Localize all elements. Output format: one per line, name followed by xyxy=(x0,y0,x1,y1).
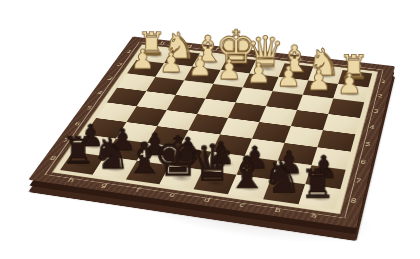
piece-shadow xyxy=(270,186,298,199)
piece-shadow xyxy=(249,78,273,87)
file-label-far-f: f xyxy=(215,48,219,51)
rank-label-left-3: 3 xyxy=(106,77,113,81)
square-b3 xyxy=(297,95,333,114)
piece-shadow xyxy=(339,89,363,99)
piece-shadow xyxy=(101,162,129,174)
piece-shadow xyxy=(167,171,195,184)
piece-shadow xyxy=(198,58,221,67)
rank-label-right-4: 4 xyxy=(369,125,375,130)
file-label-far-c: c xyxy=(299,57,304,61)
rank-label-right-7: 7 xyxy=(355,179,362,185)
square-c5 xyxy=(252,122,291,143)
file-label-near-g: g xyxy=(100,183,108,189)
piece-shadow xyxy=(80,140,108,151)
file-label-far-b: b xyxy=(327,60,333,64)
rank-label-left-8: 8 xyxy=(48,156,56,161)
rank-label-left-7: 7 xyxy=(61,139,69,144)
piece-shadow xyxy=(278,166,305,178)
file-label-near-a: a xyxy=(310,213,317,219)
rank-label-right-6: 6 xyxy=(360,160,367,165)
file-label-far-d: d xyxy=(270,54,276,58)
rank-label-left-5: 5 xyxy=(85,106,93,110)
rank-label-right-2: 2 xyxy=(377,94,383,98)
piece-shadow xyxy=(162,68,186,77)
file-label-near-b: b xyxy=(274,208,282,214)
piece-shadow xyxy=(143,51,166,59)
piece-shadow xyxy=(285,67,308,76)
file-label-far-a: a xyxy=(356,64,361,68)
piece-shadow xyxy=(314,71,337,80)
piece-shadow xyxy=(190,71,214,80)
file-label-far-g: g xyxy=(187,44,193,48)
piece-shadow xyxy=(309,85,333,95)
piece-shadow xyxy=(201,176,229,189)
product-photo: ♜♞♝♚♛♝♞♜♟♟♟♟♟♟♟♟♟♟♟♟♟♟♟♟♜♞♝♚♛♝♞♜ hhggffe… xyxy=(0,0,420,259)
rank-label-right-3: 3 xyxy=(373,110,379,115)
piece-shadow xyxy=(344,74,367,83)
piece-shadow xyxy=(244,162,271,174)
piece-shadow xyxy=(312,171,339,184)
piece-shadow xyxy=(177,153,204,165)
piece-shadow xyxy=(306,190,334,203)
file-label-near-f: f xyxy=(135,188,141,193)
square-a6 xyxy=(311,147,350,170)
piece-shadow xyxy=(133,64,157,73)
piece-shadow xyxy=(144,148,171,160)
file-label-near-d: d xyxy=(203,198,211,204)
piece-shadow xyxy=(112,144,140,156)
rank-label-right-5: 5 xyxy=(364,142,370,147)
piece-shadow xyxy=(227,61,250,70)
board-3d-scene: ♜♞♝♚♛♝♞♜♟♟♟♟♟♟♟♟♟♟♟♟♟♟♟♟♜♞♝♚♛♝♞♜ hhggffe… xyxy=(28,36,395,228)
file-label-near-h: h xyxy=(67,178,75,184)
file-label-far-e: e xyxy=(242,51,248,55)
rank-label-right-8: 8 xyxy=(350,198,357,204)
piece-shadow xyxy=(235,181,263,194)
piece-shadow xyxy=(134,167,162,179)
piece-shadow xyxy=(68,157,96,169)
file-label-near-c: c xyxy=(238,203,245,209)
file-label-near-e: e xyxy=(168,193,176,199)
rank-label-left-1: 1 xyxy=(126,50,133,54)
piece-shadow xyxy=(256,64,279,73)
rank-label-left-4: 4 xyxy=(96,91,103,95)
rank-label-right-1: 1 xyxy=(381,80,387,84)
rank-label-left-6: 6 xyxy=(73,122,81,127)
piece-shadow xyxy=(219,74,243,83)
piece-shadow xyxy=(210,157,237,169)
file-label-far-h: h xyxy=(159,41,165,45)
piece-shadow xyxy=(279,81,303,90)
squares-grid: ♜♞♝♚♛♝♞♜♟♟♟♟♟♟♟♟♟♟♟♟♟♟♟♟♜♞♝♚♛♝♞♜ xyxy=(60,47,372,209)
piece-shadow xyxy=(170,54,193,63)
rank-label-left-2: 2 xyxy=(116,63,123,67)
